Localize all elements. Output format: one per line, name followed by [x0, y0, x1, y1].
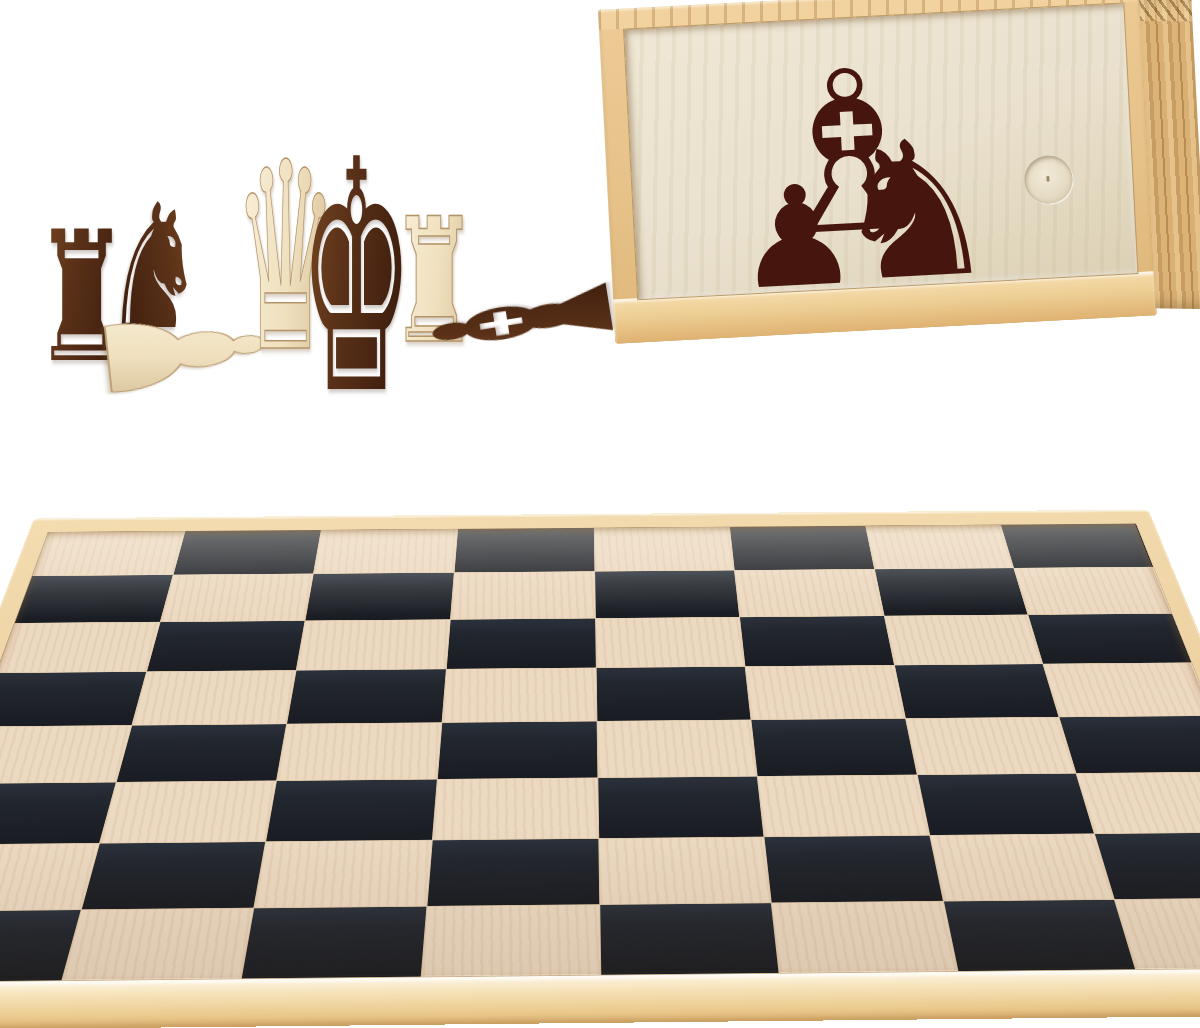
board-square: [433, 778, 598, 840]
piece-dark-bishop-lying: ♝: [424, 258, 628, 380]
white-pawn-glyph: ♟: [70, 290, 294, 412]
board-square: [866, 525, 1014, 569]
board-square: [438, 721, 597, 779]
board-square: [596, 667, 750, 721]
board-square: [422, 905, 600, 977]
piece-dark-king: ♚: [304, 124, 408, 374]
knight-silhouette-icon: ♞: [825, 112, 1003, 309]
board-square: [752, 718, 917, 775]
board-square: [595, 617, 744, 667]
board-square: [0, 622, 159, 673]
board-square: [173, 530, 321, 575]
finger-hole: [1023, 154, 1073, 204]
board-square: [0, 725, 131, 783]
dark-knight-glyph: ♞: [103, 182, 205, 354]
board-square: [598, 777, 764, 839]
board-square: [597, 720, 757, 778]
board-square: [160, 574, 313, 621]
board-square: [1044, 663, 1200, 716]
dark-rook-glyph: ♜: [34, 208, 131, 388]
pawn-silhouette-icon: ♟: [732, 166, 863, 310]
board-square: [116, 724, 286, 782]
board-square: [454, 528, 594, 572]
board-square: [758, 775, 929, 837]
board-square: [1001, 524, 1153, 568]
piece-white-queen: ♛: [234, 136, 338, 336]
board-square: [442, 668, 596, 722]
board-square: [735, 570, 884, 617]
board-square: [277, 723, 441, 781]
board-square: [599, 837, 771, 903]
board-square: [884, 615, 1042, 665]
board-square: [0, 672, 146, 726]
board-square: [746, 666, 905, 720]
piece-white-pawn-lying: ♟: [104, 296, 260, 406]
piece-white-rook: ♜: [384, 198, 484, 334]
board-square: [427, 839, 598, 906]
board-square: [297, 620, 450, 670]
bishop-outline-icon: ♗: [743, 37, 953, 269]
board-square: [1060, 716, 1200, 773]
box-front-frame: ♗ ♞ ♟: [598, 0, 1157, 344]
board-square: [1095, 833, 1200, 899]
board-square: [730, 526, 874, 570]
board-square: [82, 842, 266, 909]
board-square: [895, 664, 1059, 718]
board-square: [32, 531, 184, 576]
board-square: [62, 908, 254, 980]
board-square: [266, 779, 436, 841]
board-square: [740, 616, 894, 666]
board-square: [772, 901, 957, 973]
white-rook-glyph: ♜: [389, 196, 478, 368]
board-square: [594, 527, 734, 571]
board-square: [917, 774, 1094, 836]
board-square: [451, 572, 595, 619]
board-square: [242, 906, 426, 978]
white-queen-glyph: ♛: [234, 128, 339, 388]
box-lid-panel: ♗ ♞ ♟: [623, 2, 1139, 300]
board-square: [287, 669, 445, 723]
board-square: [765, 836, 943, 902]
board-square: [930, 834, 1114, 900]
board-square: [147, 621, 305, 672]
board-grid: [0, 523, 1200, 983]
board-square: [447, 618, 596, 668]
board-square: [1015, 567, 1172, 614]
piece-dark-rook: ♜: [26, 212, 138, 352]
board-square: [944, 900, 1136, 971]
board-square: [875, 568, 1028, 615]
board-square: [0, 782, 115, 844]
storage-box: ♗ ♞ ♟: [598, 0, 1200, 344]
board-square: [1029, 614, 1192, 664]
board-square: [15, 575, 172, 622]
board-square: [600, 903, 779, 975]
board-square: [906, 717, 1076, 774]
board-square: [306, 573, 454, 620]
chess-board: [0, 510, 1200, 1028]
product-photo: ♜ ♞ ♟ ♛ ♚ ♜ ♝ ♗ ♞ ♟: [0, 0, 1200, 1028]
board-square: [100, 781, 277, 843]
board-square: [595, 571, 739, 618]
board-square: [132, 671, 296, 725]
board-square: [255, 841, 432, 908]
board-square: [1077, 772, 1200, 833]
dark-king-glyph: ♚: [299, 118, 414, 438]
piece-dark-knight: ♞: [98, 186, 210, 320]
board-square: [314, 529, 457, 573]
